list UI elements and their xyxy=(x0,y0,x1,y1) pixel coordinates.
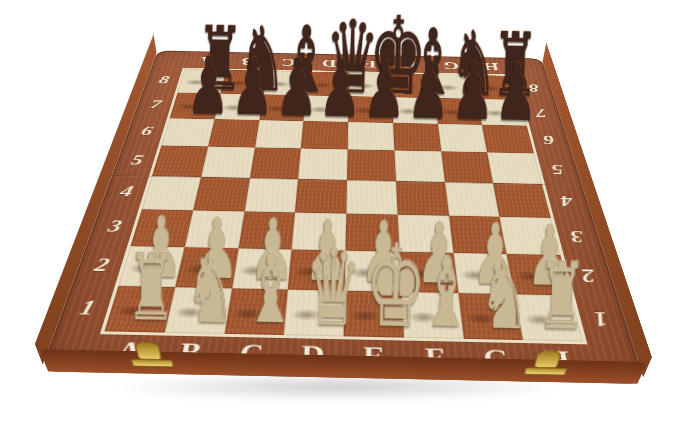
clasp-plate-icon xyxy=(533,351,562,368)
file-label-top-f: F xyxy=(404,58,417,70)
page: ABCDEFGH ABCDEFGH 87654321 87654321 ♜♞♝♛… xyxy=(0,0,680,425)
file-label-top-d: D xyxy=(322,57,337,69)
file-label-top-c: C xyxy=(281,56,297,68)
piece-white-knight-b1[interactable]: ♞ xyxy=(168,242,229,336)
clasp-bar-icon xyxy=(524,367,568,375)
white-rook-icon: ♜ xyxy=(536,251,587,344)
file-label-top-g: G xyxy=(442,59,459,72)
brass-clasp-right xyxy=(524,349,571,376)
white-queen-icon: ♛ xyxy=(304,235,363,342)
piece-white-rook-a1[interactable]: ♜ xyxy=(109,242,170,335)
brass-clasp-left xyxy=(126,340,172,367)
file-label-top-e: E xyxy=(363,58,376,70)
file-label-top-a: A xyxy=(199,54,217,66)
file-label-top-b: B xyxy=(240,55,256,67)
clasp-bar-icon xyxy=(131,359,174,367)
white-knight-icon: ♞ xyxy=(184,243,236,337)
piece-white-queen-d1[interactable]: ♛ xyxy=(285,235,346,342)
file-label-top-h: H xyxy=(482,60,500,73)
white-knight-icon: ♞ xyxy=(478,249,530,343)
scene: ABCDEFGH ABCDEFGH 87654321 87654321 ♜♞♝♛… xyxy=(107,0,587,420)
piece-white-bishop-f1[interactable]: ♝ xyxy=(402,245,463,342)
piece-white-knight-g1[interactable]: ♞ xyxy=(461,248,522,342)
clasp-plate-icon xyxy=(134,342,162,360)
chess-board: ABCDEFGH ABCDEFGH 87654321 87654321 ♜♞♝♛… xyxy=(40,50,645,383)
chess-set: ABCDEFGH ABCDEFGH 87654321 87654321 ♜♞♝♛… xyxy=(107,0,587,420)
